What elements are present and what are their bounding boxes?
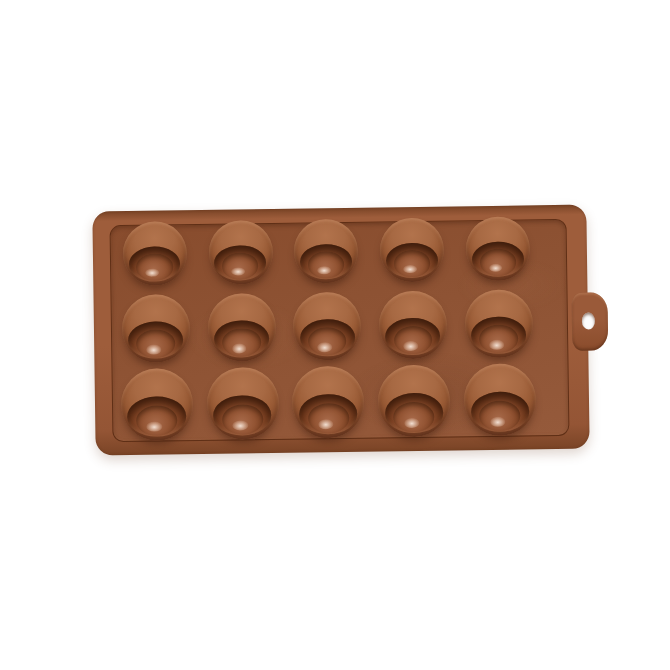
cavity-highlight — [147, 422, 163, 432]
cavity-dimple-cup — [136, 405, 177, 436]
cavity-highlight — [318, 419, 334, 429]
cavity-dimple-cup — [136, 329, 175, 358]
mold-cavity-r1c2 — [208, 220, 273, 285]
cavity-grid — [111, 210, 543, 443]
cavity-dimple-cup — [479, 249, 516, 276]
cavity-highlight — [231, 267, 245, 276]
mold-cavity-r1c3 — [294, 219, 359, 284]
cavity-dimple — [386, 242, 438, 278]
cavity-dimple — [472, 241, 524, 277]
cavity-highlight — [232, 420, 248, 430]
product-photo — [0, 0, 670, 670]
cavity-dimple — [385, 318, 441, 356]
cavity-dimple — [214, 245, 266, 281]
mold-cavity-r1c5 — [466, 216, 531, 281]
mold-cavity-r2c4 — [379, 291, 448, 360]
mold-cavity-r1c1 — [122, 221, 187, 286]
cavity-highlight — [403, 265, 417, 274]
cavity-dimple-cup — [394, 250, 431, 277]
cavity-dimple-cup — [308, 251, 345, 278]
mold-cavity-r2c3 — [293, 292, 362, 361]
cavity-highlight — [232, 344, 247, 353]
mold-cavity-r1c4 — [380, 217, 445, 282]
hanging-tab — [572, 292, 609, 350]
cavity-dimple-cup — [479, 400, 520, 431]
mold-cavity-r2c5 — [465, 290, 534, 359]
cavity-dimple-cup — [479, 324, 518, 353]
cavity-highlight — [490, 417, 506, 427]
cavity-dimple-cup — [308, 402, 349, 433]
cavity-highlight — [146, 345, 161, 354]
mold-cavity-r3c5 — [464, 363, 537, 436]
mold-cavity-r3c3 — [292, 366, 365, 439]
cavity-dimple — [470, 392, 529, 432]
cavity-dimple — [299, 319, 355, 357]
cavity-highlight — [318, 343, 333, 352]
cavity-dimple — [385, 393, 444, 433]
cavity-highlight — [317, 266, 331, 275]
hanging-hole — [582, 312, 595, 329]
cavity-dimple-cup — [308, 327, 347, 356]
cavity-highlight — [489, 340, 504, 349]
cavity-highlight — [403, 341, 418, 350]
cavity-dimple — [299, 394, 358, 434]
cavity-dimple — [300, 244, 352, 280]
cavity-dimple — [471, 316, 527, 354]
mold-cavity-r2c1 — [121, 295, 190, 364]
cavity-highlight — [404, 418, 420, 428]
cavity-dimple — [128, 321, 184, 359]
mold-cavity-r2c2 — [207, 293, 276, 362]
chocolate-mold-tray — [92, 205, 589, 456]
cavity-dimple-cup — [393, 401, 434, 432]
cavity-dimple-cup — [222, 404, 263, 435]
mold-cavity-r3c2 — [206, 367, 279, 440]
cavity-dimple-cup — [222, 252, 259, 279]
cavity-dimple — [213, 395, 272, 435]
mold-cavity-r3c1 — [120, 368, 193, 441]
mold-cavity-r3c4 — [378, 365, 451, 438]
cavity-dimple-cup — [136, 254, 173, 281]
cavity-dimple-cup — [394, 326, 433, 355]
cavity-dimple-cup — [222, 328, 261, 357]
cavity-dimple — [128, 246, 180, 282]
cavity-highlight — [489, 264, 503, 273]
cavity-dimple — [214, 320, 270, 358]
cavity-dimple — [127, 396, 186, 436]
cavity-highlight — [146, 268, 160, 277]
